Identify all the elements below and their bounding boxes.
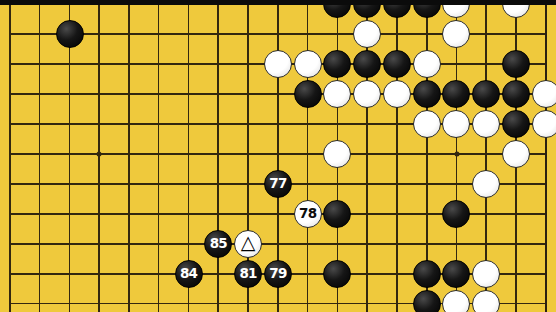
white-stone bbox=[472, 110, 500, 138]
black-stone bbox=[323, 260, 351, 288]
intersection bbox=[501, 229, 531, 259]
intersection bbox=[84, 199, 114, 229]
intersection bbox=[84, 229, 114, 259]
intersection bbox=[174, 169, 204, 199]
black-stone: 85 bbox=[204, 230, 232, 258]
white-stone bbox=[383, 80, 411, 108]
intersection bbox=[114, 139, 144, 169]
intersection bbox=[293, 289, 323, 312]
intersection bbox=[293, 229, 323, 259]
intersection bbox=[84, 49, 114, 79]
intersection bbox=[293, 109, 323, 139]
intersection bbox=[531, 139, 556, 169]
intersection bbox=[501, 289, 531, 312]
intersection bbox=[323, 169, 353, 199]
intersection bbox=[55, 49, 85, 79]
intersection bbox=[84, 109, 114, 139]
black-stone bbox=[56, 20, 84, 48]
intersection bbox=[382, 139, 412, 169]
intersection bbox=[352, 109, 382, 139]
intersection bbox=[233, 199, 263, 229]
intersection bbox=[352, 79, 382, 109]
intersection bbox=[412, 199, 442, 229]
intersection bbox=[263, 229, 293, 259]
top-crop-bar bbox=[0, 0, 556, 5]
intersection bbox=[144, 79, 174, 109]
intersection bbox=[531, 169, 556, 199]
white-stone bbox=[413, 50, 441, 78]
intersection bbox=[323, 259, 353, 289]
intersection bbox=[352, 289, 382, 312]
intersection bbox=[323, 49, 353, 79]
intersection bbox=[114, 109, 144, 139]
intersection bbox=[55, 229, 85, 259]
move-number: 77 bbox=[269, 176, 286, 190]
intersection bbox=[174, 19, 204, 49]
intersection bbox=[203, 79, 233, 109]
intersection bbox=[114, 49, 144, 79]
intersection bbox=[174, 229, 204, 259]
white-stone bbox=[353, 80, 381, 108]
intersection bbox=[25, 199, 55, 229]
intersection bbox=[471, 169, 501, 199]
black-stone bbox=[502, 110, 530, 138]
intersection bbox=[55, 199, 85, 229]
intersection bbox=[114, 289, 144, 312]
white-stone bbox=[413, 110, 441, 138]
white-stone bbox=[442, 110, 470, 138]
intersection bbox=[442, 49, 472, 79]
intersection bbox=[501, 139, 531, 169]
intersection bbox=[293, 259, 323, 289]
intersection bbox=[233, 289, 263, 312]
white-stone bbox=[294, 50, 322, 78]
intersection bbox=[0, 289, 25, 312]
black-stone bbox=[323, 50, 351, 78]
intersection bbox=[0, 19, 25, 49]
intersection bbox=[501, 19, 531, 49]
white-stone bbox=[472, 290, 500, 312]
intersection bbox=[442, 289, 472, 312]
intersection bbox=[25, 229, 55, 259]
intersection bbox=[0, 49, 25, 79]
intersection bbox=[203, 259, 233, 289]
intersection bbox=[144, 229, 174, 259]
intersection bbox=[531, 289, 556, 312]
star-point bbox=[97, 151, 102, 156]
intersection bbox=[263, 139, 293, 169]
intersection bbox=[263, 49, 293, 79]
intersection bbox=[174, 79, 204, 109]
white-stone bbox=[532, 110, 556, 138]
intersection bbox=[55, 139, 85, 169]
intersection bbox=[501, 259, 531, 289]
intersection bbox=[84, 259, 114, 289]
intersection bbox=[352, 19, 382, 49]
intersection bbox=[144, 19, 174, 49]
intersection bbox=[263, 79, 293, 109]
black-stone bbox=[442, 80, 470, 108]
intersection bbox=[323, 229, 353, 259]
intersection bbox=[531, 19, 556, 49]
intersection bbox=[442, 199, 472, 229]
intersection: 77 bbox=[263, 169, 293, 199]
intersection bbox=[382, 259, 412, 289]
intersection bbox=[352, 259, 382, 289]
intersection bbox=[442, 229, 472, 259]
intersection bbox=[471, 199, 501, 229]
intersection bbox=[0, 139, 25, 169]
intersection bbox=[501, 169, 531, 199]
black-stone bbox=[323, 200, 351, 228]
intersection bbox=[114, 229, 144, 259]
intersection bbox=[501, 199, 531, 229]
white-stone bbox=[502, 140, 530, 168]
intersection bbox=[25, 259, 55, 289]
white-stone bbox=[353, 20, 381, 48]
triangle-marker: △ bbox=[241, 233, 256, 252]
intersection bbox=[352, 49, 382, 79]
black-stone bbox=[442, 260, 470, 288]
white-stone bbox=[323, 140, 351, 168]
intersection bbox=[412, 79, 442, 109]
intersection bbox=[412, 289, 442, 312]
intersection bbox=[55, 169, 85, 199]
intersection bbox=[471, 259, 501, 289]
go-board-diagram: 777885△848179 bbox=[0, 0, 556, 312]
intersection bbox=[442, 169, 472, 199]
intersection bbox=[0, 259, 25, 289]
intersection bbox=[382, 169, 412, 199]
black-stone bbox=[502, 80, 530, 108]
intersection bbox=[263, 109, 293, 139]
intersection bbox=[174, 49, 204, 79]
intersection bbox=[25, 169, 55, 199]
intersection bbox=[233, 109, 263, 139]
white-stone bbox=[442, 20, 470, 48]
intersection: 78 bbox=[293, 199, 323, 229]
intersection bbox=[471, 229, 501, 259]
intersection bbox=[531, 49, 556, 79]
intersection bbox=[293, 79, 323, 109]
intersection bbox=[203, 169, 233, 199]
intersection bbox=[471, 79, 501, 109]
intersection bbox=[323, 109, 353, 139]
intersection bbox=[323, 199, 353, 229]
intersection bbox=[55, 259, 85, 289]
intersection bbox=[501, 109, 531, 139]
intersection bbox=[174, 139, 204, 169]
intersection bbox=[0, 199, 25, 229]
intersection bbox=[293, 139, 323, 169]
intersection: 84 bbox=[174, 259, 204, 289]
intersection bbox=[263, 19, 293, 49]
intersection bbox=[0, 109, 25, 139]
intersection bbox=[84, 169, 114, 199]
intersection bbox=[323, 139, 353, 169]
move-number: 81 bbox=[240, 266, 257, 280]
intersection: △ bbox=[233, 229, 263, 259]
intersection bbox=[203, 199, 233, 229]
intersection bbox=[55, 289, 85, 312]
black-stone: 79 bbox=[264, 260, 292, 288]
intersection bbox=[323, 19, 353, 49]
star-point bbox=[454, 151, 459, 156]
intersection bbox=[382, 79, 412, 109]
intersection bbox=[55, 19, 85, 49]
intersection bbox=[501, 79, 531, 109]
intersection bbox=[114, 259, 144, 289]
intersection bbox=[144, 289, 174, 312]
intersection bbox=[352, 169, 382, 199]
move-number: 79 bbox=[269, 266, 286, 280]
intersection bbox=[203, 109, 233, 139]
intersection bbox=[412, 49, 442, 79]
black-stone bbox=[353, 50, 381, 78]
black-stone bbox=[472, 80, 500, 108]
intersection bbox=[412, 229, 442, 259]
intersection bbox=[263, 289, 293, 312]
intersection bbox=[203, 139, 233, 169]
intersection bbox=[144, 259, 174, 289]
intersection bbox=[144, 199, 174, 229]
black-stone bbox=[413, 260, 441, 288]
white-stone: △ bbox=[234, 230, 262, 258]
move-number: 85 bbox=[210, 236, 227, 250]
intersection bbox=[442, 19, 472, 49]
intersection bbox=[412, 259, 442, 289]
intersection bbox=[531, 259, 556, 289]
intersection bbox=[293, 19, 323, 49]
intersection bbox=[0, 79, 25, 109]
black-stone: 77 bbox=[264, 170, 292, 198]
intersection bbox=[0, 169, 25, 199]
intersection bbox=[144, 49, 174, 79]
black-stone bbox=[294, 80, 322, 108]
intersection bbox=[471, 109, 501, 139]
intersection bbox=[25, 49, 55, 79]
intersection bbox=[471, 139, 501, 169]
intersection bbox=[382, 289, 412, 312]
black-stone: 81 bbox=[234, 260, 262, 288]
intersection bbox=[55, 79, 85, 109]
intersection bbox=[25, 139, 55, 169]
intersection bbox=[233, 79, 263, 109]
intersection bbox=[501, 49, 531, 79]
move-number: 84 bbox=[180, 266, 197, 280]
intersection bbox=[352, 199, 382, 229]
intersection bbox=[323, 79, 353, 109]
intersection bbox=[0, 229, 25, 259]
intersection bbox=[412, 109, 442, 139]
intersection bbox=[25, 19, 55, 49]
intersection bbox=[114, 199, 144, 229]
intersection: 85 bbox=[203, 229, 233, 259]
move-number: 78 bbox=[299, 206, 316, 220]
intersection bbox=[144, 169, 174, 199]
intersection bbox=[203, 49, 233, 79]
intersection bbox=[412, 169, 442, 199]
intersection bbox=[25, 79, 55, 109]
intersection bbox=[382, 49, 412, 79]
white-stone bbox=[532, 80, 556, 108]
intersection bbox=[114, 19, 144, 49]
intersection bbox=[25, 289, 55, 312]
intersection bbox=[382, 229, 412, 259]
intersection bbox=[352, 229, 382, 259]
intersection bbox=[412, 139, 442, 169]
intersection: 81 bbox=[233, 259, 263, 289]
intersection bbox=[174, 199, 204, 229]
intersection bbox=[442, 109, 472, 139]
intersection bbox=[442, 259, 472, 289]
intersection bbox=[531, 109, 556, 139]
intersection bbox=[114, 79, 144, 109]
intersection bbox=[442, 79, 472, 109]
intersection bbox=[531, 79, 556, 109]
intersection: 79 bbox=[263, 259, 293, 289]
black-stone bbox=[413, 80, 441, 108]
intersection bbox=[323, 289, 353, 312]
intersection bbox=[203, 289, 233, 312]
black-stone bbox=[383, 50, 411, 78]
intersection bbox=[144, 109, 174, 139]
intersection bbox=[531, 229, 556, 259]
intersection bbox=[55, 109, 85, 139]
intersection bbox=[114, 169, 144, 199]
intersection bbox=[233, 169, 263, 199]
intersection bbox=[144, 139, 174, 169]
black-stone bbox=[413, 290, 441, 312]
intersection bbox=[174, 109, 204, 139]
black-stone bbox=[502, 50, 530, 78]
black-stone bbox=[442, 200, 470, 228]
intersection bbox=[203, 19, 233, 49]
white-stone bbox=[323, 80, 351, 108]
intersection bbox=[352, 139, 382, 169]
intersection bbox=[174, 289, 204, 312]
intersection bbox=[233, 19, 263, 49]
black-stone: 84 bbox=[175, 260, 203, 288]
intersection bbox=[233, 49, 263, 79]
intersection bbox=[471, 19, 501, 49]
white-stone bbox=[472, 170, 500, 198]
intersection bbox=[25, 109, 55, 139]
intersection bbox=[293, 169, 323, 199]
intersection bbox=[84, 79, 114, 109]
intersection bbox=[233, 139, 263, 169]
intersection bbox=[471, 49, 501, 79]
intersection bbox=[293, 49, 323, 79]
intersection bbox=[382, 19, 412, 49]
white-stone bbox=[472, 260, 500, 288]
intersection bbox=[382, 109, 412, 139]
intersection bbox=[84, 289, 114, 312]
intersection bbox=[531, 199, 556, 229]
intersection bbox=[84, 19, 114, 49]
white-stone: 78 bbox=[294, 200, 322, 228]
intersection bbox=[263, 199, 293, 229]
intersection bbox=[471, 289, 501, 312]
intersection bbox=[382, 199, 412, 229]
white-stone bbox=[264, 50, 292, 78]
intersection bbox=[412, 19, 442, 49]
go-board-grid: 777885△848179 bbox=[0, 0, 556, 312]
white-stone bbox=[442, 290, 470, 312]
